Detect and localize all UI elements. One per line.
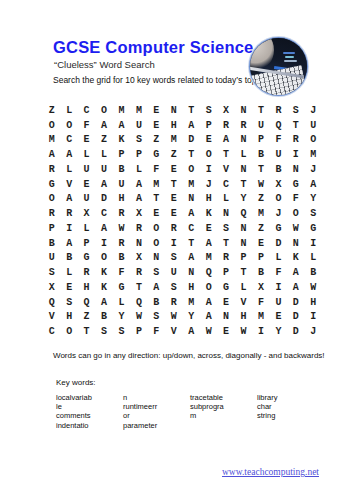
grid-cell-r1c11: X: [217, 103, 234, 118]
grid-cell-r3c16: O: [305, 133, 322, 148]
grid-cell-r5c5: B: [113, 162, 130, 177]
key-words-columns: localvariablecommentsindentationruntimee…: [56, 393, 324, 430]
grid-cell-r9c2: I: [60, 221, 77, 236]
grid-cell-r7c8: E: [165, 192, 182, 207]
grid-cell-r11c16: L: [305, 251, 322, 266]
grid-cell-r8c8: E: [165, 206, 182, 221]
grid-cell-r7c3: U: [78, 192, 95, 207]
grid-cell-r2c1: O: [43, 118, 60, 133]
grid-cell-r4c15: I: [287, 147, 304, 162]
grid-cell-r7c16: Y: [305, 192, 322, 207]
grid-cell-r11c13: P: [252, 251, 269, 266]
grid-cell-r8c1: R: [43, 206, 60, 221]
grid-cell-r13c3: H: [78, 280, 95, 295]
grid-cell-r11c5: B: [113, 251, 130, 266]
grid-cell-r14c14: U: [270, 295, 287, 310]
grid-cell-r6c12: T: [235, 177, 252, 192]
grid-cell-r15c10: A: [200, 310, 217, 325]
grid-cell-r7c11: L: [217, 192, 234, 207]
grid-cell-r7c15: F: [287, 192, 304, 207]
grid-cell-r16c1: C: [43, 324, 60, 339]
grid-cell-r2c16: U: [305, 118, 322, 133]
key-word-line: localvariab: [56, 393, 123, 402]
grid-cell-r10c13: E: [252, 236, 269, 251]
key-word-line: le: [56, 402, 123, 411]
grid-cell-r10c14: D: [270, 236, 287, 251]
grid-cell-r5c15: N: [287, 162, 304, 177]
grid-cell-r14c7: B: [148, 295, 165, 310]
code-line-decoration: [284, 60, 297, 62]
grid-cell-r6c13: W: [252, 177, 269, 192]
grid-cell-r14c12: V: [235, 295, 252, 310]
grid-cell-r6c4: A: [95, 177, 112, 192]
grid-cell-r12c14: F: [270, 265, 287, 280]
grid-cell-r3c1: M: [43, 133, 60, 148]
grid-cell-r8c7: E: [148, 206, 165, 221]
grid-cell-r2c3: F: [78, 118, 95, 133]
grid-cell-r5c9: O: [183, 162, 200, 177]
grid-cell-r10c15: N: [287, 236, 304, 251]
grid-cell-r6c3: E: [78, 177, 95, 192]
grid-cell-r5c6: L: [130, 162, 147, 177]
key-word-line: m: [190, 411, 257, 420]
grid-cell-r2c14: Q: [270, 118, 287, 133]
grid-cell-r14c6: Q: [130, 295, 147, 310]
key-word-line: or: [123, 411, 190, 420]
grid-cell-r8c12: Q: [235, 206, 252, 221]
grid-cell-r10c2: A: [60, 236, 77, 251]
grid-cell-r15c4: B: [95, 310, 112, 325]
grid-cell-r10c10: A: [200, 236, 217, 251]
laptop-photo: [250, 38, 307, 95]
grid-cell-r16c3: T: [78, 324, 95, 339]
grid-cell-r12c3: R: [78, 265, 95, 280]
grid-cell-r16c4: S: [95, 324, 112, 339]
grid-cell-r15c13: M: [252, 310, 269, 325]
grid-cell-r9c3: L: [78, 221, 95, 236]
grid-cell-r15c5: Y: [113, 310, 130, 325]
grid-cell-r2c5: A: [113, 118, 130, 133]
grid-cell-r15c11: N: [217, 310, 234, 325]
grid-cell-r8c14: J: [270, 206, 287, 221]
grid-cell-r10c9: T: [183, 236, 200, 251]
grid-cell-r7c1: O: [43, 192, 60, 207]
grid-cell-r11c2: B: [60, 251, 77, 266]
grid-cell-r13c13: X: [252, 280, 269, 295]
key-words-column-2: nruntimeerrorparameter: [123, 393, 190, 430]
grid-cell-r4c7: G: [148, 147, 165, 162]
key-word-line: n: [123, 393, 190, 402]
grid-cell-r11c4: O: [95, 251, 112, 266]
grid-cell-r13c4: K: [95, 280, 112, 295]
grid-cell-r1c16: J: [305, 103, 322, 118]
grid-cell-r15c15: D: [287, 310, 304, 325]
grid-cell-r10c4: I: [95, 236, 112, 251]
grid-cell-r2c15: T: [287, 118, 304, 133]
grid-cell-r7c6: A: [130, 192, 147, 207]
grid-cell-r9c6: R: [130, 221, 147, 236]
grid-cell-r16c10: W: [200, 324, 217, 339]
grid-cell-r2c2: O: [60, 118, 77, 133]
grid-cell-r14c15: D: [287, 295, 304, 310]
grid-cell-r14c10: A: [200, 295, 217, 310]
grid-cell-r2c6: U: [130, 118, 147, 133]
grid-cell-r6c8: T: [165, 177, 182, 192]
grid-cell-r4c13: B: [252, 147, 269, 162]
grid-cell-r16c16: J: [305, 324, 322, 339]
grid-cell-r13c10: O: [200, 280, 217, 295]
key-word-line: char: [257, 402, 324, 411]
grid-cell-r7c4: D: [95, 192, 112, 207]
grid-cell-r1c14: R: [270, 103, 287, 118]
grid-cell-r1c10: S: [200, 103, 217, 118]
grid-cell-r3c15: R: [287, 133, 304, 148]
grid-cell-r12c15: A: [287, 265, 304, 280]
grid-cell-r4c11: T: [217, 147, 234, 162]
grid-cell-r11c7: N: [148, 251, 165, 266]
grid-cell-r15c16: I: [305, 310, 322, 325]
grid-cell-r8c3: X: [78, 206, 95, 221]
grid-cell-r12c8: U: [165, 265, 182, 280]
grid-cell-r11c8: S: [165, 251, 182, 266]
grid-cell-r11c11: R: [217, 251, 234, 266]
grid-cell-r12c4: K: [95, 265, 112, 280]
grid-cell-r15c14: E: [270, 310, 287, 325]
grid-cell-r2c11: R: [217, 118, 234, 133]
grid-cell-r12c7: S: [148, 265, 165, 280]
grid-cell-r12c10: Q: [200, 265, 217, 280]
grid-cell-r4c5: P: [113, 147, 130, 162]
grid-cell-r3c3: E: [78, 133, 95, 148]
grid-cell-r10c1: B: [43, 236, 60, 251]
grid-cell-r10c11: T: [217, 236, 234, 251]
grid-cell-r13c9: H: [183, 280, 200, 295]
grid-cell-r8c16: S: [305, 206, 322, 221]
grid-cell-r1c3: C: [78, 103, 95, 118]
grid-cell-r3c13: P: [252, 133, 269, 148]
grid-cell-r5c2: L: [60, 162, 77, 177]
grid-cell-r9c4: A: [95, 221, 112, 236]
grid-cell-r16c9: A: [183, 324, 200, 339]
page-subtitle: “Clueless” Word Search: [54, 59, 155, 70]
key-words-column-1: localvariablecommentsindentatio: [56, 393, 123, 430]
grid-cell-r10c3: P: [78, 236, 95, 251]
page-title: GCSE Computer Science: [53, 38, 253, 57]
grid-cell-r3c4: Z: [95, 133, 112, 148]
grid-cell-r6c7: M: [148, 177, 165, 192]
grid-cell-r13c15: A: [287, 280, 304, 295]
grid-cell-r14c9: M: [183, 295, 200, 310]
grid-cell-r1c13: T: [252, 103, 269, 118]
grid-cell-r14c8: R: [165, 295, 182, 310]
key-word-line: subprogra: [190, 402, 257, 411]
grid-cell-r8c4: C: [95, 206, 112, 221]
key-words-column-4: librarycharstring: [257, 393, 324, 430]
code-line-decoration: [285, 56, 294, 58]
grid-cell-r9c9: C: [183, 221, 200, 236]
grid-cell-r9c14: G: [270, 221, 287, 236]
grid-cell-r8c10: K: [200, 206, 217, 221]
grid-cell-r6c11: C: [217, 177, 234, 192]
grid-cell-r9c15: W: [287, 221, 304, 236]
grid-cell-r4c2: A: [60, 147, 77, 162]
grid-cell-r4c12: L: [235, 147, 252, 162]
word-grid: ZLCOMMENTSXNTRSJOOFAAUEHAPRRUQTUMCEZKSZM…: [43, 103, 322, 339]
grid-cell-r14c13: F: [252, 295, 269, 310]
grid-cell-r11c12: P: [235, 251, 252, 266]
grid-cell-r6c14: X: [270, 177, 287, 192]
grid-cell-r5c4: U: [95, 162, 112, 177]
grid-cell-r15c1: V: [43, 310, 60, 325]
grid-cell-r2c10: P: [200, 118, 217, 133]
footer-link[interactable]: www.teachcomputing.net: [222, 467, 319, 477]
grid-cell-r1c7: E: [148, 103, 165, 118]
grid-cell-r5c13: T: [252, 162, 269, 177]
grid-cell-r10c7: O: [148, 236, 165, 251]
grid-cell-r11c1: U: [43, 251, 60, 266]
grid-cell-r15c12: H: [235, 310, 252, 325]
grid-cell-r9c11: S: [217, 221, 234, 236]
grid-cell-r14c4: A: [95, 295, 112, 310]
grid-cell-r5c12: N: [235, 162, 252, 177]
grid-cell-r9c16: G: [305, 221, 322, 236]
grid-cell-r11c6: X: [130, 251, 147, 266]
grid-cell-r5c7: F: [148, 162, 165, 177]
grid-cell-r3c11: A: [217, 133, 234, 148]
grid-cell-r12c6: R: [130, 265, 147, 280]
grid-cell-r14c2: S: [60, 295, 77, 310]
grid-cell-r5c14: B: [270, 162, 287, 177]
grid-cell-r1c4: O: [95, 103, 112, 118]
grid-cell-r14c5: L: [113, 295, 130, 310]
grid-cell-r13c6: T: [130, 280, 147, 295]
grid-cell-r8c11: N: [217, 206, 234, 221]
grid-cell-r3c2: C: [60, 133, 77, 148]
grid-cell-r1c15: S: [287, 103, 304, 118]
grid-cell-r4c4: L: [95, 147, 112, 162]
grid-cell-r10c5: R: [113, 236, 130, 251]
grid-cell-r5c3: U: [78, 162, 95, 177]
grid-cell-r12c16: B: [305, 265, 322, 280]
grid-cell-r3c5: K: [113, 133, 130, 148]
grid-cell-r4c1: A: [43, 147, 60, 162]
grid-cell-r8c9: A: [183, 206, 200, 221]
grid-cell-r3c9: D: [183, 133, 200, 148]
key-words-column-3: tracetablesubprogram: [190, 393, 257, 430]
direction-note: Words can go in any direction: up/down, …: [53, 351, 325, 360]
grid-cell-r12c5: F: [113, 265, 130, 280]
grid-cell-r10c8: I: [165, 236, 182, 251]
grid-cell-r12c12: T: [235, 265, 252, 280]
grid-cell-r7c13: Z: [252, 192, 269, 207]
grid-cell-r9c12: N: [235, 221, 252, 236]
key-words-label: Key words:: [56, 378, 96, 387]
grid-cell-r4c9: T: [183, 147, 200, 162]
grid-cell-r14c16: H: [305, 295, 322, 310]
key-word-line: tracetable: [190, 393, 257, 402]
grid-cell-r16c7: F: [148, 324, 165, 339]
grid-cell-r7c5: H: [113, 192, 130, 207]
grid-cell-r9c13: Z: [252, 221, 269, 236]
grid-cell-r16c5: S: [113, 324, 130, 339]
grid-cell-r7c9: N: [183, 192, 200, 207]
grid-cell-r4c14: U: [270, 147, 287, 162]
grid-cell-r1c2: L: [60, 103, 77, 118]
grid-cell-r12c9: N: [183, 265, 200, 280]
grid-cell-r15c2: H: [60, 310, 77, 325]
grid-cell-r16c2: O: [60, 324, 77, 339]
grid-cell-r9c7: O: [148, 221, 165, 236]
grid-cell-r15c9: Y: [183, 310, 200, 325]
grid-cell-r16c14: Y: [270, 324, 287, 339]
grid-cell-r14c3: Q: [78, 295, 95, 310]
grid-cell-r13c14: I: [270, 280, 287, 295]
grid-cell-r11c14: L: [270, 251, 287, 266]
grid-cell-r12c1: S: [43, 265, 60, 280]
grid-cell-r13c1: X: [43, 280, 60, 295]
grid-cell-r1c5: M: [113, 103, 130, 118]
key-word-line: library: [257, 393, 324, 402]
grid-cell-r3c6: S: [130, 133, 147, 148]
grid-cell-r1c8: N: [165, 103, 182, 118]
grid-cell-r15c7: S: [148, 310, 165, 325]
grid-cell-r6c16: A: [305, 177, 322, 192]
key-word-line: parameter: [123, 421, 190, 430]
grid-cell-r9c5: W: [113, 221, 130, 236]
grid-cell-r12c2: L: [60, 265, 77, 280]
grid-cell-r6c1: G: [43, 177, 60, 192]
grid-cell-r8c13: M: [252, 206, 269, 221]
grid-cell-r3c14: F: [270, 133, 287, 148]
grid-cell-r13c2: E: [60, 280, 77, 295]
grid-cell-r6c9: M: [183, 177, 200, 192]
grid-cell-r4c8: Z: [165, 147, 182, 162]
grid-cell-r9c10: E: [200, 221, 217, 236]
grid-cell-r10c12: N: [235, 236, 252, 251]
grid-cell-r2c8: H: [165, 118, 182, 133]
grid-cell-r1c9: T: [183, 103, 200, 118]
grid-cell-r12c11: P: [217, 265, 234, 280]
key-word-line: string: [257, 411, 324, 420]
grid-cell-r3c8: M: [165, 133, 182, 148]
grid-cell-r2c4: A: [95, 118, 112, 133]
code-line-decoration: [283, 52, 295, 54]
grid-cell-r16c15: D: [287, 324, 304, 339]
grid-cell-r4c6: P: [130, 147, 147, 162]
instruction-text: Search the grid for 10 key words related…: [53, 75, 263, 85]
grid-cell-r12c13: B: [252, 265, 269, 280]
grid-cell-r8c5: R: [113, 206, 130, 221]
grid-cell-r11c9: A: [183, 251, 200, 266]
grid-cell-r5c10: I: [200, 162, 217, 177]
grid-cell-r7c10: H: [200, 192, 217, 207]
grid-cell-r11c10: M: [200, 251, 217, 266]
key-word-line: runtimeerr: [123, 402, 190, 411]
grid-cell-r9c1: P: [43, 221, 60, 236]
grid-cell-r15c6: W: [130, 310, 147, 325]
grid-cell-r10c16: I: [305, 236, 322, 251]
key-word-line: indentatio: [56, 421, 123, 430]
grid-cell-r14c11: E: [217, 295, 234, 310]
grid-cell-r7c14: O: [270, 192, 287, 207]
grid-cell-r8c15: O: [287, 206, 304, 221]
grid-cell-r3c7: Z: [148, 133, 165, 148]
key-word-line: comments: [56, 411, 123, 420]
grid-cell-r7c7: T: [148, 192, 165, 207]
grid-cell-r1c1: Z: [43, 103, 60, 118]
grid-cell-r15c8: W: [165, 310, 182, 325]
worksheet-page: GCSE Computer Science “Clueless” Word Se…: [0, 0, 353, 500]
grid-cell-r8c2: R: [60, 206, 77, 221]
grid-cell-r11c3: G: [78, 251, 95, 266]
grid-cell-r6c10: J: [200, 177, 217, 192]
grid-cell-r13c12: L: [235, 280, 252, 295]
grid-cell-r13c8: S: [165, 280, 182, 295]
grid-cell-r13c16: W: [305, 280, 322, 295]
grid-cell-r6c5: U: [113, 177, 130, 192]
grid-cell-r16c11: E: [217, 324, 234, 339]
grid-cell-r1c12: N: [235, 103, 252, 118]
grid-cell-r1c6: M: [130, 103, 147, 118]
grid-cell-r13c5: G: [113, 280, 130, 295]
grid-cell-r16c13: I: [252, 324, 269, 339]
grid-cell-r13c7: A: [148, 280, 165, 295]
grid-cell-r14c1: Q: [43, 295, 60, 310]
grid-cell-r5c16: J: [305, 162, 322, 177]
grid-cell-r16c8: V: [165, 324, 182, 339]
grid-cell-r15c3: Z: [78, 310, 95, 325]
grid-cell-r4c16: M: [305, 147, 322, 162]
grid-cell-r2c9: A: [183, 118, 200, 133]
grid-cell-r7c2: A: [60, 192, 77, 207]
grid-cell-r16c12: W: [235, 324, 252, 339]
grid-cell-r7c12: Y: [235, 192, 252, 207]
grid-cell-r6c2: V: [60, 177, 77, 192]
grid-cell-r2c13: U: [252, 118, 269, 133]
grid-cell-r4c3: L: [78, 147, 95, 162]
grid-cell-r3c12: N: [235, 133, 252, 148]
grid-cell-r5c8: E: [165, 162, 182, 177]
grid-cell-r10c6: N: [130, 236, 147, 251]
grid-cell-r9c8: R: [165, 221, 182, 236]
grid-cell-r16c6: P: [130, 324, 147, 339]
grid-cell-r13c11: G: [217, 280, 234, 295]
grid-cell-r6c15: G: [287, 177, 304, 192]
grid-cell-r2c7: E: [148, 118, 165, 133]
grid-cell-r3c10: E: [200, 133, 217, 148]
grid-cell-r4c10: O: [200, 147, 217, 162]
grid-cell-r5c11: V: [217, 162, 234, 177]
grid-cell-r2c12: R: [235, 118, 252, 133]
grid-cell-r11c15: K: [287, 251, 304, 266]
grid-cell-r6c6: A: [130, 177, 147, 192]
grid-cell-r5c1: R: [43, 162, 60, 177]
grid-cell-r8c6: X: [130, 206, 147, 221]
